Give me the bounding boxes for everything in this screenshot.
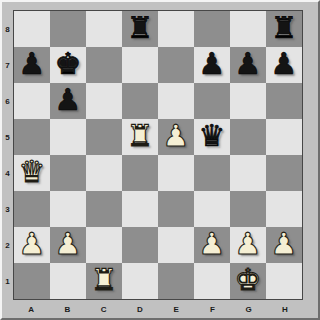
- square-e8[interactable]: [158, 11, 194, 47]
- black-pawn[interactable]: ♟: [55, 82, 82, 118]
- file-label-c: C: [86, 303, 122, 316]
- square-e6[interactable]: [158, 83, 194, 119]
- square-a2[interactable]: ♟: [14, 227, 50, 263]
- square-f3[interactable]: [194, 191, 230, 227]
- square-b7[interactable]: ♚: [50, 47, 86, 83]
- square-f5[interactable]: ♛: [194, 119, 230, 155]
- square-g4[interactable]: [230, 155, 266, 191]
- square-e3[interactable]: [158, 191, 194, 227]
- square-d5[interactable]: ♜: [122, 119, 158, 155]
- black-pawn[interactable]: ♟: [19, 46, 46, 82]
- square-e2[interactable]: [158, 227, 194, 263]
- black-pawn[interactable]: ♟: [271, 46, 298, 82]
- file-label-h: H: [267, 303, 303, 316]
- square-d6[interactable]: [122, 83, 158, 119]
- square-c1[interactable]: ♜: [86, 263, 122, 299]
- file-label-a: A: [13, 303, 49, 316]
- rank-label-7: 7: [2, 47, 13, 83]
- square-b8[interactable]: [50, 11, 86, 47]
- square-h2[interactable]: ♟: [266, 227, 302, 263]
- white-rook[interactable]: ♜: [127, 118, 154, 154]
- white-king[interactable]: ♚: [235, 262, 262, 298]
- square-h6[interactable]: [266, 83, 302, 119]
- square-f7[interactable]: ♟: [194, 47, 230, 83]
- square-b1[interactable]: [50, 263, 86, 299]
- square-e7[interactable]: [158, 47, 194, 83]
- square-b3[interactable]: [50, 191, 86, 227]
- square-b2[interactable]: ♟: [50, 227, 86, 263]
- square-d2[interactable]: [122, 227, 158, 263]
- square-b5[interactable]: [50, 119, 86, 155]
- square-h5[interactable]: [266, 119, 302, 155]
- square-d8[interactable]: ♜: [122, 11, 158, 47]
- square-g7[interactable]: ♟: [230, 47, 266, 83]
- chess-board: ♜♜♟♚♟♟♟♟♜♟♛♛♟♟♟♟♟♜♚: [13, 10, 303, 300]
- square-c7[interactable]: [86, 47, 122, 83]
- white-pawn[interactable]: ♟: [235, 226, 262, 262]
- square-e4[interactable]: [158, 155, 194, 191]
- square-a5[interactable]: [14, 119, 50, 155]
- rank-labels: 87654321: [2, 11, 13, 299]
- square-h1[interactable]: [266, 263, 302, 299]
- square-f8[interactable]: [194, 11, 230, 47]
- black-rook[interactable]: ♜: [271, 10, 298, 46]
- square-a7[interactable]: ♟: [14, 47, 50, 83]
- white-pawn[interactable]: ♟: [163, 118, 190, 154]
- square-f4[interactable]: [194, 155, 230, 191]
- square-h3[interactable]: [266, 191, 302, 227]
- rank-label-3: 3: [2, 191, 13, 227]
- square-b6[interactable]: ♟: [50, 83, 86, 119]
- square-f1[interactable]: [194, 263, 230, 299]
- file-labels: ABCDEFGH: [13, 303, 303, 316]
- file-label-e: E: [158, 303, 194, 316]
- square-c2[interactable]: [86, 227, 122, 263]
- chess-diagram: 87654321 ♜♜♟♚♟♟♟♟♜♟♛♛♟♟♟♟♟♜♚ ABCDEFGH: [0, 0, 320, 320]
- square-b4[interactable]: [50, 155, 86, 191]
- rank-label-4: 4: [2, 155, 13, 191]
- square-h4[interactable]: [266, 155, 302, 191]
- square-g3[interactable]: [230, 191, 266, 227]
- black-pawn[interactable]: ♟: [199, 46, 226, 82]
- square-c6[interactable]: [86, 83, 122, 119]
- square-c4[interactable]: [86, 155, 122, 191]
- square-d7[interactable]: [122, 47, 158, 83]
- white-queen[interactable]: ♛: [19, 154, 46, 190]
- square-a3[interactable]: [14, 191, 50, 227]
- rank-label-6: 6: [2, 83, 13, 119]
- square-d4[interactable]: [122, 155, 158, 191]
- square-e1[interactable]: [158, 263, 194, 299]
- square-g8[interactable]: [230, 11, 266, 47]
- square-f6[interactable]: [194, 83, 230, 119]
- rank-label-2: 2: [2, 227, 13, 263]
- square-a8[interactable]: [14, 11, 50, 47]
- white-pawn[interactable]: ♟: [19, 226, 46, 262]
- rank-label-8: 8: [2, 11, 13, 47]
- square-h7[interactable]: ♟: [266, 47, 302, 83]
- square-g5[interactable]: [230, 119, 266, 155]
- square-c5[interactable]: [86, 119, 122, 155]
- square-a6[interactable]: [14, 83, 50, 119]
- square-h8[interactable]: ♜: [266, 11, 302, 47]
- rank-label-1: 1: [2, 263, 13, 299]
- file-label-b: B: [49, 303, 85, 316]
- square-c8[interactable]: [86, 11, 122, 47]
- square-d1[interactable]: [122, 263, 158, 299]
- rank-label-5: 5: [2, 119, 13, 155]
- black-queen[interactable]: ♛: [199, 118, 226, 154]
- square-d3[interactable]: [122, 191, 158, 227]
- file-label-d: D: [122, 303, 158, 316]
- square-c3[interactable]: [86, 191, 122, 227]
- black-rook[interactable]: ♜: [127, 10, 154, 46]
- square-e5[interactable]: ♟: [158, 119, 194, 155]
- white-rook[interactable]: ♜: [91, 262, 118, 298]
- white-pawn[interactable]: ♟: [55, 226, 82, 262]
- square-g1[interactable]: ♚: [230, 263, 266, 299]
- file-label-g: G: [231, 303, 267, 316]
- black-king[interactable]: ♚: [55, 46, 82, 82]
- square-f2[interactable]: ♟: [194, 227, 230, 263]
- file-label-f: F: [194, 303, 230, 316]
- white-pawn[interactable]: ♟: [271, 226, 298, 262]
- black-pawn[interactable]: ♟: [235, 46, 262, 82]
- white-pawn[interactable]: ♟: [199, 226, 226, 262]
- square-g2[interactable]: ♟: [230, 227, 266, 263]
- square-a1[interactable]: [14, 263, 50, 299]
- square-a4[interactable]: ♛: [14, 155, 50, 191]
- square-g6[interactable]: [230, 83, 266, 119]
